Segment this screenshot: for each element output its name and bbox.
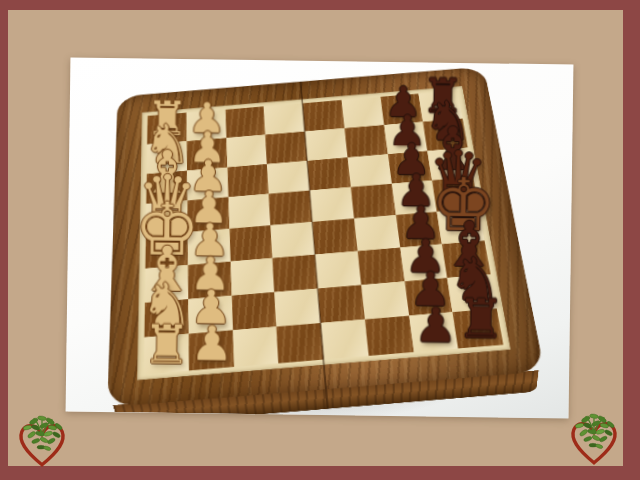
white-pawn-h2: ♟ bbox=[190, 320, 233, 368]
square-c5 bbox=[307, 157, 350, 190]
product-photo: ♜♟♟♜♞♟♟♞♝♟♟♝♛♟♟♛♚♟♟♚♝♟♟♝♞♟♟♞♜♟♟♜ bbox=[66, 58, 574, 419]
white-rook-h1: ♜ bbox=[142, 317, 191, 372]
square-d3 bbox=[228, 194, 271, 229]
square-e4 bbox=[271, 222, 315, 258]
square-h1: ♜ bbox=[144, 334, 189, 374]
square-g6 bbox=[361, 281, 409, 320]
chess-board: ♜♟♟♜♞♟♟♞♝♟♟♝♛♟♟♛♚♟♟♚♝♟♟♝♞♟♟♞♜♟♟♜ bbox=[107, 67, 544, 408]
square-e6 bbox=[354, 215, 400, 251]
square-h6 bbox=[365, 316, 414, 356]
board-scene: ♜♟♟♜♞♟♟♞♝♟♟♝♛♟♟♛♚♟♟♚♝♟♟♝♞♟♟♞♜♟♟♜ bbox=[97, 58, 528, 419]
square-e3 bbox=[229, 225, 272, 261]
square-h3 bbox=[232, 327, 278, 367]
black-pawn-h7: ♟ bbox=[414, 302, 457, 350]
square-a6 bbox=[341, 97, 383, 128]
fold-seam-side bbox=[325, 388, 329, 410]
board-grid: ♜♟♟♜♞♟♟♞♝♟♟♝♛♟♟♛♚♟♟♚♝♟♟♝♞♟♟♞♜♟♟♜ bbox=[144, 90, 503, 374]
black-rook-h8: ♜ bbox=[456, 291, 505, 346]
heart-foliage-logo-right bbox=[565, 411, 623, 467]
heart-foliage-logo-left bbox=[13, 413, 71, 469]
square-a3 bbox=[225, 106, 265, 137]
square-b3 bbox=[226, 135, 267, 167]
square-g4 bbox=[274, 288, 320, 327]
square-a4 bbox=[264, 103, 305, 134]
square-h7: ♟ bbox=[409, 312, 459, 352]
square-g5 bbox=[318, 285, 365, 324]
square-e5 bbox=[312, 218, 357, 254]
square-f4 bbox=[272, 254, 317, 291]
board-tilt-wrapper: ♜♟♟♜♞♟♟♞♝♟♟♝♛♟♟♛♚♟♟♚♝♟♟♝♞♟♟♞♜♟♟♜ bbox=[97, 58, 528, 419]
square-g3 bbox=[231, 292, 276, 331]
square-h8: ♜ bbox=[453, 309, 504, 349]
square-h4 bbox=[276, 323, 323, 363]
square-d6 bbox=[351, 184, 396, 219]
square-d5 bbox=[310, 187, 354, 222]
square-d4 bbox=[269, 191, 312, 226]
page: ♜♟♟♜♞♟♟♞♝♟♟♝♛♟♟♛♚♟♟♚♝♟♟♝♞♟♟♞♜♟♟♜ bbox=[0, 0, 640, 480]
square-h2: ♟ bbox=[188, 330, 233, 370]
square-a5 bbox=[302, 100, 344, 131]
square-h5 bbox=[321, 320, 369, 360]
